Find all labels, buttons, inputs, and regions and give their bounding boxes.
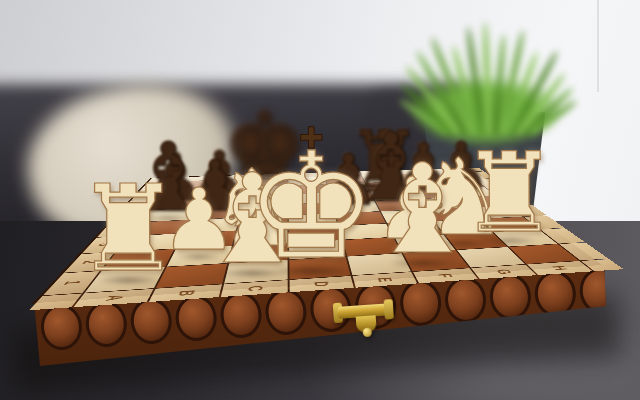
ornament-circle — [444, 276, 488, 325]
file-label-text: G — [492, 269, 516, 275]
piece-white-bishop-f1[interactable]: ♝ — [367, 148, 478, 272]
ornament-circle — [488, 273, 532, 322]
ornament-circle — [219, 291, 263, 340]
ornament-circle — [129, 297, 173, 346]
ornament-circle — [399, 279, 443, 328]
wall-corner-line — [597, 0, 599, 92]
ornament-circle — [264, 288, 308, 337]
piece-white-king-d1[interactable]: ♚ — [246, 134, 378, 281]
ornament-circle — [84, 300, 128, 349]
scene-photo-wooden-chess-set: 87654321ABCDEFGH ♚♟♟♜♟♟♝♟♟♝♟♞♟♞♜♜♝♚♝ — [0, 0, 640, 400]
ornament-circle — [39, 303, 83, 352]
piece-white-rook-a1[interactable]: ♜ — [75, 169, 182, 288]
clasp-knob — [362, 328, 372, 338]
file-label-text: H — [548, 265, 572, 270]
ornament-circle — [174, 294, 218, 343]
brass-clasp — [332, 294, 397, 348]
clasp-end-right — [384, 299, 394, 320]
